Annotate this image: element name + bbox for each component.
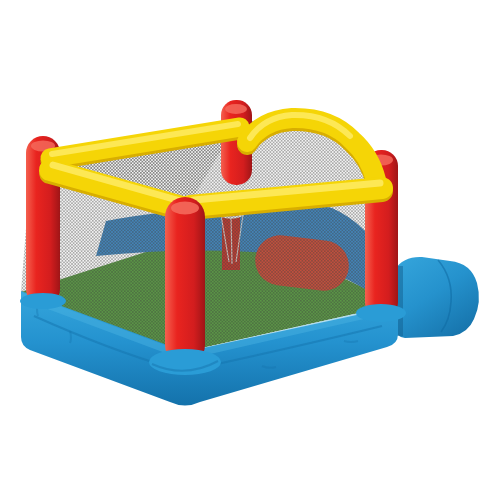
post-cap-highlight (225, 104, 247, 114)
fillet-right-post (356, 304, 406, 322)
product-photo-canvas (0, 0, 500, 500)
slide-body (394, 257, 479, 338)
post-cap-highlight (171, 202, 199, 215)
slide (394, 257, 479, 338)
post-body (165, 197, 205, 365)
fillet-left-post (20, 293, 66, 309)
corner-post-front (165, 197, 205, 365)
bounce-house-illustration (0, 0, 500, 500)
